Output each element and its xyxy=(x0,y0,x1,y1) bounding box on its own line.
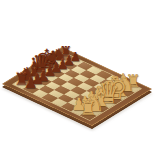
chess-set-photo: ♜♞♝♛♚♝♞♜♟♟♟♟♟♟♟♟♟♟♟♟♟♟♟♟♜♞♝♛♚♝♞♜ xyxy=(0,0,156,156)
black-pawn-a7[interactable]: ♟ xyxy=(24,76,37,91)
white-rook-a1[interactable]: ♜ xyxy=(79,99,97,119)
